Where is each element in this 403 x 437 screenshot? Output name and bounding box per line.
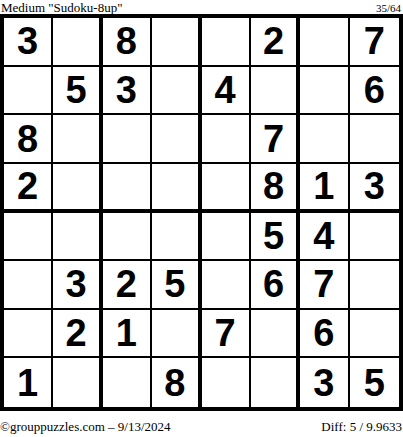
cell-r2c2: 5 [53, 67, 102, 116]
cell-r5c2 [53, 213, 102, 262]
cell-r5c4 [152, 213, 201, 262]
puzzle-page: Medium "Sudoku-8up" 35/64 38275346872813… [0, 0, 403, 437]
cell-r4c1: 2 [4, 164, 53, 213]
cell-r5c7: 4 [300, 213, 349, 262]
cell-r1c1: 3 [4, 18, 53, 67]
cell-r3c2 [53, 115, 102, 164]
difficulty-text: Diff: 5 / 9.9633 [321, 419, 403, 435]
cell-r2c4 [152, 67, 201, 116]
cell-r6c2: 3 [53, 261, 102, 310]
cell-r6c7: 7 [300, 261, 349, 310]
cell-r5c8 [350, 213, 399, 262]
cell-r7c1 [4, 310, 53, 359]
cell-r2c5: 4 [202, 67, 251, 116]
cell-r4c7: 1 [300, 164, 349, 213]
cell-r7c3: 1 [103, 310, 152, 359]
sudoku-board: 38275346872813543256721761835 [0, 14, 403, 411]
cell-r2c7 [300, 67, 349, 116]
puzzle-title: Medium "Sudoku-8up" [0, 1, 122, 14]
cell-r5c6: 5 [251, 213, 300, 262]
cell-r5c3 [103, 213, 152, 262]
cell-r6c6: 6 [251, 261, 300, 310]
cell-r8c5 [202, 358, 251, 407]
cell-r5c5 [202, 213, 251, 262]
cell-r3c6: 7 [251, 115, 300, 164]
cell-r3c3 [103, 115, 152, 164]
cell-r6c5 [202, 261, 251, 310]
cell-r5c1 [4, 213, 53, 262]
cell-r1c4 [152, 18, 201, 67]
cell-r3c7 [300, 115, 349, 164]
cell-r7c4 [152, 310, 201, 359]
cell-r8c1: 1 [4, 358, 53, 407]
cell-r7c6 [251, 310, 300, 359]
cell-r4c5 [202, 164, 251, 213]
cell-r2c1 [4, 67, 53, 116]
cell-r7c8 [350, 310, 399, 359]
cell-r1c7 [300, 18, 349, 67]
footer: ©grouppuzzles.com – 9/13/2024 Diff: 5 / … [0, 419, 403, 435]
cell-r1c5 [202, 18, 251, 67]
cell-r7c2: 2 [53, 310, 102, 359]
cell-r6c8 [350, 261, 399, 310]
cell-r1c2 [53, 18, 102, 67]
cell-r4c8: 3 [350, 164, 399, 213]
cell-r3c1: 8 [4, 115, 53, 164]
cell-r2c6 [251, 67, 300, 116]
cell-r4c4 [152, 164, 201, 213]
cell-r6c3: 2 [103, 261, 152, 310]
cell-r1c8: 7 [350, 18, 399, 67]
cell-r7c5: 7 [202, 310, 251, 359]
cell-r7c7: 6 [300, 310, 349, 359]
cell-r4c6: 8 [251, 164, 300, 213]
copyright-text: ©grouppuzzles.com – 9/13/2024 [0, 419, 171, 435]
cell-r2c8: 6 [350, 67, 399, 116]
header: Medium "Sudoku-8up" 35/64 [0, 0, 403, 14]
cell-r3c4 [152, 115, 201, 164]
cell-r3c8 [350, 115, 399, 164]
cell-r6c4: 5 [152, 261, 201, 310]
cell-r8c8: 5 [350, 358, 399, 407]
cell-r8c3 [103, 358, 152, 407]
cell-r8c2 [53, 358, 102, 407]
cell-r1c6: 2 [251, 18, 300, 67]
cell-r8c7: 3 [300, 358, 349, 407]
cell-r8c4: 8 [152, 358, 201, 407]
cell-r6c1 [4, 261, 53, 310]
cell-r4c2 [53, 164, 102, 213]
cell-r3c5 [202, 115, 251, 164]
cell-r1c3: 8 [103, 18, 152, 67]
cell-r8c6 [251, 358, 300, 407]
cell-r4c3 [103, 164, 152, 213]
cell-r2c3: 3 [103, 67, 152, 116]
puzzle-counter: 35/64 [376, 2, 403, 14]
